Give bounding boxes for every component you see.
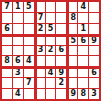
cell-r3c5: 5 [46,24,56,34]
cell-r1c7[interactable] [67,2,77,12]
cell-r9c2: 4 [13,89,23,99]
cell-r6c9[interactable] [89,56,99,66]
cell-r3c2[interactable] [13,24,23,34]
cell-r3c1: 6 [2,24,12,34]
cell-r8c4[interactable] [35,78,45,88]
cell-r4c4[interactable] [35,35,45,45]
cell-r4c1[interactable] [2,35,12,45]
cell-r7c3[interactable] [24,67,34,77]
cell-r4c3[interactable] [24,35,34,45]
cell-r6c4[interactable] [35,56,45,66]
cell-r9c6[interactable] [56,89,66,99]
cell-r5c2[interactable] [13,46,23,56]
cell-r5c3[interactable] [24,46,34,56]
cell-r7c5: 4 [46,67,56,77]
cell-r7c4[interactable] [35,67,45,77]
cell-r8c8[interactable] [78,78,88,88]
cell-r8c7[interactable] [67,78,77,88]
cell-r1c3: 5 [24,2,34,12]
cell-r2c9[interactable] [89,13,99,23]
cell-r9c5[interactable] [46,89,56,99]
cell-r2c8[interactable] [78,13,88,23]
cell-r9c8: 8 [78,89,88,99]
cell-r2c7: 8 [67,13,77,23]
cell-r4c8: 6 [78,35,88,45]
cell-r3c8: 1 [78,24,88,34]
cell-r4c6[interactable] [56,35,66,45]
cell-r9c1[interactable] [2,89,12,99]
cell-r5c9[interactable] [89,46,99,56]
cell-r2c2[interactable] [13,13,23,23]
cell-r9c9: 3 [89,89,99,99]
cell-r7c1[interactable] [2,67,12,77]
cell-r5c7[interactable] [67,46,77,56]
cell-r2c4: 7 [35,13,45,23]
cell-r6c1: 8 [2,56,12,66]
cell-r6c8[interactable] [78,56,88,66]
cell-r9c7: 9 [67,89,77,99]
cell-r2c6[interactable] [56,13,66,23]
cell-r2c5[interactable] [46,13,56,23]
cell-r5c4: 3 [35,46,45,56]
cell-r8c6: 2 [56,78,66,88]
cell-r1c4[interactable] [35,2,45,12]
cell-r8c3: 7 [24,78,34,88]
cell-r5c5: 2 [46,46,56,56]
cell-r7c6: 9 [56,67,66,77]
cell-r3c4: 2 [35,24,45,34]
cell-r1c6[interactable] [56,2,66,12]
cell-r8c2[interactable] [13,78,23,88]
cell-r9c3[interactable] [24,89,34,99]
cell-r4c5[interactable] [46,35,56,45]
cell-r7c8[interactable] [78,67,88,77]
cell-r5c8[interactable] [78,46,88,56]
cell-r5c1[interactable] [2,46,12,56]
cell-r3c6[interactable] [56,24,66,34]
cell-r5c6: 6 [56,46,66,56]
cell-r8c9[interactable] [89,78,99,88]
cell-r4c9: 9 [89,35,99,45]
cell-r6c3: 4 [24,56,34,66]
cell-r8c1[interactable] [2,78,12,88]
cell-r1c9[interactable] [89,2,99,12]
cell-r7c9: 6 [89,67,99,77]
cell-r6c5[interactable] [46,56,56,66]
cell-r2c1[interactable] [2,13,12,23]
cell-r6c2: 6 [13,56,23,66]
cell-r1c1: 7 [2,2,12,12]
cell-r3c7[interactable] [67,24,77,34]
cell-r6c7[interactable] [67,56,77,66]
sudoku-board: 71547862515693268643496724983 [0,0,101,101]
cell-r3c3[interactable] [24,24,34,34]
cell-r4c7: 5 [67,35,77,45]
cell-r1c8: 4 [78,2,88,12]
cell-r1c5[interactable] [46,2,56,12]
cell-r3c9[interactable] [89,24,99,34]
cell-r1c2: 1 [13,2,23,12]
cell-r6c6[interactable] [56,56,66,66]
cell-r7c2: 3 [13,67,23,77]
cell-r2c3[interactable] [24,13,34,23]
cell-r8c5[interactable] [46,78,56,88]
cell-r7c7[interactable] [67,67,77,77]
cell-r4c2[interactable] [13,35,23,45]
cell-r9c4[interactable] [35,89,45,99]
